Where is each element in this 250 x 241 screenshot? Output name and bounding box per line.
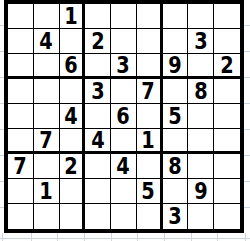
given-digit: 3	[168, 205, 181, 228]
cell-r5c1[interactable]	[8, 104, 34, 129]
cell-r2c9[interactable]	[214, 29, 240, 54]
cell-r5c3[interactable]: 4	[60, 104, 86, 129]
given-digit: 9	[194, 180, 207, 203]
cell-r8c1[interactable]	[8, 179, 34, 204]
cell-r9c7[interactable]: 3	[163, 204, 189, 229]
given-digit: 2	[91, 30, 104, 53]
cell-r4c1[interactable]	[8, 79, 34, 104]
cell-r3c6[interactable]	[137, 54, 163, 79]
given-digit: 3	[117, 54, 130, 77]
cell-r8c3[interactable]	[60, 179, 86, 204]
cell-r2c1[interactable]	[8, 29, 34, 54]
cell-r9c9[interactable]	[214, 204, 240, 229]
cell-r4c9[interactable]	[214, 79, 240, 104]
cell-r8c6[interactable]: 5	[137, 179, 163, 204]
cell-r1c7[interactable]	[163, 4, 189, 29]
cell-r7c8[interactable]	[188, 154, 214, 179]
cell-r4c8[interactable]: 8	[188, 79, 214, 104]
given-digit: 2	[64, 155, 77, 178]
cell-r6c2[interactable]: 7	[34, 129, 60, 154]
given-digit: 7	[142, 80, 155, 103]
given-digit: 9	[168, 54, 181, 77]
cell-r5c5[interactable]: 6	[111, 104, 137, 129]
cell-r1c4[interactable]	[85, 4, 111, 29]
sudoku-screenshot: 1423639237846574172481593	[0, 0, 250, 241]
cell-r7c3[interactable]: 2	[60, 154, 86, 179]
sudoku-board: 1423639237846574172481593	[4, 0, 244, 233]
given-digit: 1	[39, 180, 52, 203]
given-digit: 5	[142, 180, 155, 203]
cell-r2c5[interactable]	[111, 29, 137, 54]
cell-r3c4[interactable]	[85, 54, 111, 79]
given-digit: 5	[168, 105, 181, 128]
cell-r1c8[interactable]	[188, 4, 214, 29]
cell-r5c9[interactable]	[214, 104, 240, 129]
cell-r4c5[interactable]	[111, 79, 137, 104]
cell-r8c7[interactable]	[163, 179, 189, 204]
spreadsheet-gridline-v	[245, 233, 246, 241]
spreadsheet-gridline-v	[31, 233, 32, 241]
spreadsheet-gridline-v	[191, 233, 192, 241]
cell-r3c3[interactable]: 6	[60, 54, 86, 79]
given-digit: 4	[117, 155, 130, 178]
spreadsheet-gridline-v	[217, 233, 218, 241]
spreadsheet-gridline-h	[0, 238, 250, 239]
cell-r1c2[interactable]	[34, 4, 60, 29]
cell-r7c1[interactable]: 7	[8, 154, 34, 179]
cell-r5c4[interactable]	[85, 104, 111, 129]
cell-r6c6[interactable]: 1	[137, 129, 163, 154]
given-digit: 2	[220, 54, 233, 77]
cell-r6c5[interactable]	[111, 129, 137, 154]
spreadsheet-gridline-v	[137, 233, 138, 241]
given-digit: 8	[168, 155, 181, 178]
cell-r5c6[interactable]	[137, 104, 163, 129]
cell-r3c8[interactable]	[188, 54, 214, 79]
cell-r2c6[interactable]	[137, 29, 163, 54]
spreadsheet-gridline-v	[164, 233, 165, 241]
cell-r3c2[interactable]	[34, 54, 60, 79]
given-digit: 1	[64, 5, 77, 28]
cell-r4c3[interactable]	[60, 79, 86, 104]
cell-r4c7[interactable]	[163, 79, 189, 104]
cell-r2c3[interactable]	[60, 29, 86, 54]
cell-r9c4[interactable]	[85, 204, 111, 229]
given-digit: 6	[117, 105, 130, 128]
cell-r8c5[interactable]	[111, 179, 137, 204]
cell-r1c6[interactable]	[137, 4, 163, 29]
cell-r6c4[interactable]: 4	[85, 129, 111, 154]
cell-r9c8[interactable]	[188, 204, 214, 229]
given-digit: 8	[194, 80, 207, 103]
cell-r3c7[interactable]: 9	[163, 54, 189, 79]
given-digit: 4	[39, 30, 52, 53]
cell-r8c8[interactable]: 9	[188, 179, 214, 204]
cell-r7c7[interactable]: 8	[163, 154, 189, 179]
cell-r6c8[interactable]	[188, 129, 214, 154]
cell-r8c4[interactable]	[85, 179, 111, 204]
given-digit: 3	[194, 30, 207, 53]
given-digit: 6	[64, 54, 77, 77]
cell-r6c1[interactable]	[8, 129, 34, 154]
cell-r2c8[interactable]: 3	[188, 29, 214, 54]
cell-r3c5[interactable]: 3	[111, 54, 137, 79]
cell-r1c1[interactable]	[8, 4, 34, 29]
cell-r4c4[interactable]: 3	[85, 79, 111, 104]
given-digit: 7	[14, 155, 27, 178]
cell-r7c2[interactable]	[34, 154, 60, 179]
cell-r2c7[interactable]	[163, 29, 189, 54]
cell-r9c5[interactable]	[111, 204, 137, 229]
cell-r8c2[interactable]: 1	[34, 179, 60, 204]
cell-r9c3[interactable]	[60, 204, 86, 229]
cell-r1c5[interactable]	[111, 4, 137, 29]
spreadsheet-gridline-v	[2, 233, 3, 241]
cell-r2c4[interactable]: 2	[85, 29, 111, 54]
cell-r7c6[interactable]	[137, 154, 163, 179]
cell-r5c2[interactable]	[34, 104, 60, 129]
cell-r6c7[interactable]	[163, 129, 189, 154]
spreadsheet-gridline-v	[84, 233, 85, 241]
given-digit: 3	[91, 80, 104, 103]
cell-r9c6[interactable]	[137, 204, 163, 229]
cell-r6c3[interactable]	[60, 129, 86, 154]
cell-r9c2[interactable]	[34, 204, 60, 229]
cell-r5c7[interactable]: 5	[163, 104, 189, 129]
given-digit: 4	[64, 105, 77, 128]
cell-r3c1[interactable]	[8, 54, 34, 79]
cell-r1c9[interactable]	[214, 4, 240, 29]
cell-r6c9[interactable]	[214, 129, 240, 154]
given-digit: 4	[91, 129, 104, 152]
cell-r4c6[interactable]: 7	[137, 79, 163, 104]
cell-r7c9[interactable]	[214, 154, 240, 179]
cell-r3c9[interactable]: 2	[214, 54, 240, 79]
cell-r2c2[interactable]: 4	[34, 29, 60, 54]
given-digit: 7	[39, 129, 52, 152]
cell-r4c2[interactable]	[34, 79, 60, 104]
cell-r5c8[interactable]	[188, 104, 214, 129]
cell-r9c1[interactable]	[8, 204, 34, 229]
cell-r1c3[interactable]: 1	[60, 4, 86, 29]
given-digit: 1	[142, 129, 155, 152]
spreadsheet-gridline-v	[111, 233, 112, 241]
cell-r7c5[interactable]: 4	[111, 154, 137, 179]
spreadsheet-gridline-v	[57, 233, 58, 241]
cell-r8c9[interactable]	[214, 179, 240, 204]
cell-r7c4[interactable]	[85, 154, 111, 179]
